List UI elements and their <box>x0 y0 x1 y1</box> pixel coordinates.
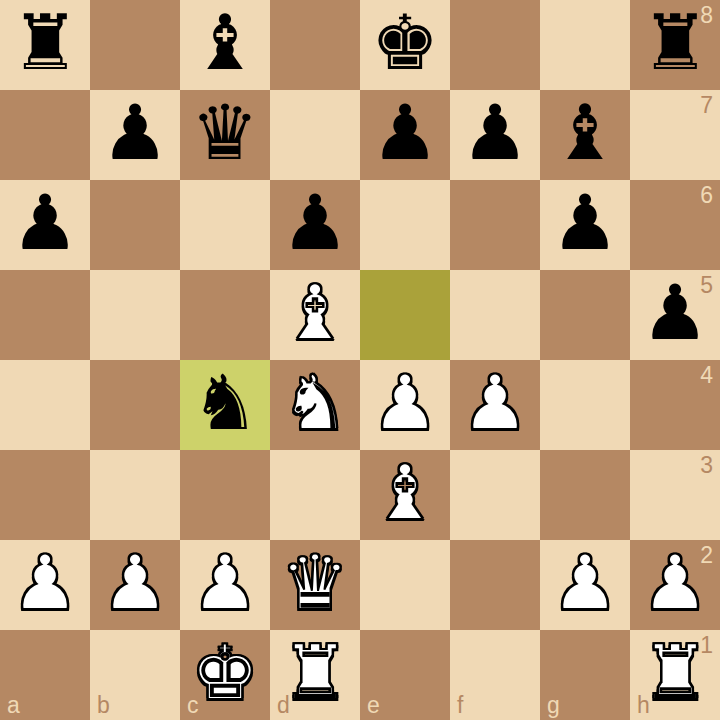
piece-white-bishop[interactable]: ♝ <box>371 450 439 538</box>
square-e6[interactable] <box>360 180 450 270</box>
piece-black-pawn[interactable]: ♟ <box>551 180 619 268</box>
square-a3[interactable] <box>0 450 90 540</box>
square-e2[interactable] <box>360 540 450 630</box>
square-h2[interactable]: ♟2 <box>630 540 720 630</box>
piece-black-knight[interactable]: ♞ <box>191 360 259 448</box>
piece-white-knight[interactable]: ♞ <box>281 360 349 448</box>
square-c2[interactable]: ♟ <box>180 540 270 630</box>
square-c8[interactable]: ♝ <box>180 0 270 90</box>
square-g1[interactable]: g <box>540 630 630 720</box>
square-a1[interactable]: a <box>0 630 90 720</box>
square-g8[interactable] <box>540 0 630 90</box>
square-h3[interactable]: 3 <box>630 450 720 540</box>
square-g5[interactable] <box>540 270 630 360</box>
piece-black-pawn[interactable]: ♟ <box>641 270 709 358</box>
file-label-a: a <box>7 694 20 717</box>
rank-label-3: 3 <box>700 454 713 477</box>
square-a4[interactable] <box>0 360 90 450</box>
square-f3[interactable] <box>450 450 540 540</box>
piece-white-king[interactable]: ♚ <box>191 630 259 718</box>
square-f4[interactable]: ♟ <box>450 360 540 450</box>
file-label-e: e <box>367 694 380 717</box>
piece-black-rook[interactable]: ♜ <box>11 0 79 88</box>
piece-white-pawn[interactable]: ♟ <box>641 540 709 628</box>
square-d4[interactable]: ♞ <box>270 360 360 450</box>
square-c3[interactable] <box>180 450 270 540</box>
square-c7[interactable]: ♛ <box>180 90 270 180</box>
piece-white-rook[interactable]: ♜ <box>281 630 349 718</box>
square-f7[interactable]: ♟ <box>450 90 540 180</box>
square-c1[interactable]: ♚c <box>180 630 270 720</box>
piece-black-bishop[interactable]: ♝ <box>551 90 619 178</box>
piece-black-pawn[interactable]: ♟ <box>11 180 79 268</box>
rank-label-4: 4 <box>700 364 713 387</box>
square-h8[interactable]: ♜8 <box>630 0 720 90</box>
piece-black-queen[interactable]: ♛ <box>191 90 259 178</box>
piece-black-king[interactable]: ♚ <box>371 0 439 88</box>
piece-black-rook[interactable]: ♜ <box>641 0 709 88</box>
square-a7[interactable] <box>0 90 90 180</box>
piece-black-pawn[interactable]: ♟ <box>101 90 169 178</box>
square-f2[interactable] <box>450 540 540 630</box>
square-h7[interactable]: 7 <box>630 90 720 180</box>
square-b3[interactable] <box>90 450 180 540</box>
file-label-g: g <box>547 694 560 717</box>
chess-board: ♜♝♚♜8♟♛♟♟♝7♟♟♟6♝♟5♞♞♟♟4♝3♟♟♟♛♟♟2ab♚c♜def… <box>0 0 720 720</box>
piece-white-pawn[interactable]: ♟ <box>11 540 79 628</box>
piece-white-pawn[interactable]: ♟ <box>371 360 439 448</box>
square-d1[interactable]: ♜d <box>270 630 360 720</box>
square-b4[interactable] <box>90 360 180 450</box>
square-c4[interactable]: ♞ <box>180 360 270 450</box>
square-d8[interactable] <box>270 0 360 90</box>
piece-white-pawn[interactable]: ♟ <box>551 540 619 628</box>
square-b8[interactable] <box>90 0 180 90</box>
file-label-b: b <box>97 694 110 717</box>
square-b6[interactable] <box>90 180 180 270</box>
piece-white-rook[interactable]: ♜ <box>641 630 709 718</box>
square-e5[interactable] <box>360 270 450 360</box>
square-g4[interactable] <box>540 360 630 450</box>
square-a6[interactable]: ♟ <box>0 180 90 270</box>
square-a8[interactable]: ♜ <box>0 0 90 90</box>
square-g3[interactable] <box>540 450 630 540</box>
square-a5[interactable] <box>0 270 90 360</box>
piece-white-queen[interactable]: ♛ <box>281 540 349 628</box>
piece-white-pawn[interactable]: ♟ <box>461 360 529 448</box>
square-d5[interactable]: ♝ <box>270 270 360 360</box>
piece-black-bishop[interactable]: ♝ <box>191 0 259 88</box>
square-e1[interactable]: e <box>360 630 450 720</box>
file-label-f: f <box>457 694 463 717</box>
square-h1[interactable]: ♜1h <box>630 630 720 720</box>
square-f8[interactable] <box>450 0 540 90</box>
piece-black-pawn[interactable]: ♟ <box>371 90 439 178</box>
square-b7[interactable]: ♟ <box>90 90 180 180</box>
square-e3[interactable]: ♝ <box>360 450 450 540</box>
piece-black-pawn[interactable]: ♟ <box>461 90 529 178</box>
square-c6[interactable] <box>180 180 270 270</box>
square-d7[interactable] <box>270 90 360 180</box>
rank-label-7: 7 <box>700 94 713 117</box>
square-f6[interactable] <box>450 180 540 270</box>
square-g6[interactable]: ♟ <box>540 180 630 270</box>
square-h4[interactable]: 4 <box>630 360 720 450</box>
square-c5[interactable] <box>180 270 270 360</box>
square-f5[interactable] <box>450 270 540 360</box>
square-e8[interactable]: ♚ <box>360 0 450 90</box>
square-d6[interactable]: ♟ <box>270 180 360 270</box>
square-f1[interactable]: f <box>450 630 540 720</box>
square-g7[interactable]: ♝ <box>540 90 630 180</box>
square-b2[interactable]: ♟ <box>90 540 180 630</box>
square-d3[interactable] <box>270 450 360 540</box>
square-h6[interactable]: 6 <box>630 180 720 270</box>
rank-label-6: 6 <box>700 184 713 207</box>
piece-white-pawn[interactable]: ♟ <box>101 540 169 628</box>
square-a2[interactable]: ♟ <box>0 540 90 630</box>
square-b5[interactable] <box>90 270 180 360</box>
piece-white-pawn[interactable]: ♟ <box>191 540 259 628</box>
square-e7[interactable]: ♟ <box>360 90 450 180</box>
piece-white-bishop[interactable]: ♝ <box>281 270 349 358</box>
square-b1[interactable]: b <box>90 630 180 720</box>
square-d2[interactable]: ♛ <box>270 540 360 630</box>
piece-black-pawn[interactable]: ♟ <box>281 180 349 268</box>
square-g2[interactable]: ♟ <box>540 540 630 630</box>
square-h5[interactable]: ♟5 <box>630 270 720 360</box>
square-e4[interactable]: ♟ <box>360 360 450 450</box>
